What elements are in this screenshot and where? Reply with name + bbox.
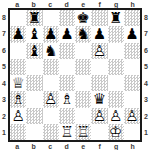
piece-white-bishop-underlay: ♝ <box>11 92 24 107</box>
square-e3[interactable] <box>75 91 91 107</box>
square-e8[interactable]: ♚ <box>75 10 91 26</box>
chess-diagram: abcdefgh abcdefgh 87654321 87654321 ♜♚♜♟… <box>0 0 150 150</box>
file-label-top-f: f <box>92 0 109 8</box>
file-label-top-d: d <box>59 0 76 8</box>
piece-black-pawn[interactable]: ♟ <box>44 27 57 42</box>
square-b4[interactable] <box>26 75 42 91</box>
piece-black-pawn[interactable]: ♟ <box>60 27 73 42</box>
file-label-bottom-d: d <box>59 142 76 150</box>
piece-black-bishop[interactable]: ♝ <box>28 27 41 42</box>
piece-white-king[interactable]: ♔ <box>109 124 122 139</box>
file-labels-top: abcdefgh <box>9 0 141 8</box>
square-f4[interactable] <box>91 75 107 91</box>
piece-black-pawn[interactable]: ♟ <box>93 27 106 42</box>
file-label-bottom-a: a <box>9 142 26 150</box>
file-labels-bottom: abcdefgh <box>9 142 141 150</box>
square-c6[interactable]: ♞ <box>43 43 59 59</box>
piece-black-pawn[interactable]: ♟ <box>11 27 24 42</box>
square-d8[interactable] <box>59 10 75 26</box>
square-d4[interactable] <box>59 75 75 91</box>
square-b5[interactable] <box>26 59 42 75</box>
file-label-bottom-c: c <box>42 142 59 150</box>
file-label-top-e: e <box>75 0 92 8</box>
piece-white-queen-underlay: ♛ <box>11 76 24 91</box>
square-a7[interactable]: ♟ <box>10 26 26 42</box>
square-h2[interactable]: ♟♙ <box>124 108 140 124</box>
piece-white-pawn[interactable]: ♙ <box>44 92 57 107</box>
square-d3[interactable]: ♝♗ <box>59 91 75 107</box>
square-e1[interactable]: ♜♖ <box>75 124 91 140</box>
square-c1[interactable] <box>43 124 59 140</box>
rank-label-left-1: 1 <box>0 125 8 142</box>
file-label-top-c: c <box>42 0 59 8</box>
rank-label-right-6: 6 <box>142 42 150 59</box>
square-f5[interactable] <box>91 59 107 75</box>
square-e4[interactable] <box>75 75 91 91</box>
piece-white-pawn-underlay: ♟ <box>11 108 24 123</box>
rank-label-right-3: 3 <box>142 92 150 109</box>
square-a1[interactable] <box>10 124 26 140</box>
piece-black-queen[interactable]: ♛ <box>93 92 106 107</box>
square-c4[interactable] <box>43 75 59 91</box>
square-e5[interactable] <box>75 59 91 75</box>
square-h6[interactable] <box>124 43 140 59</box>
square-b1[interactable] <box>26 124 42 140</box>
piece-white-pawn[interactable]: ♙ <box>93 43 106 58</box>
piece-black-pawn[interactable]: ♟ <box>125 27 138 42</box>
square-a2[interactable]: ♟♙ <box>10 108 26 124</box>
square-c3[interactable]: ♟♙ <box>43 91 59 107</box>
piece-white-pawn-underlay: ♟ <box>125 108 138 123</box>
square-b7[interactable]: ♝ <box>26 26 42 42</box>
square-d1[interactable]: ♜♖ <box>59 124 75 140</box>
square-c7[interactable]: ♟ <box>43 26 59 42</box>
square-a4[interactable]: ♛♕ <box>10 75 26 91</box>
rank-label-left-6: 6 <box>0 42 8 59</box>
rank-label-left-8: 8 <box>0 9 8 26</box>
piece-black-knight[interactable]: ♞ <box>44 43 57 58</box>
file-label-top-a: a <box>9 0 26 8</box>
square-g4[interactable] <box>108 75 124 91</box>
chess-board: ♜♚♜♟♝♟♟♞♟♟♝♞♟♙♛♕♝♗♟♙♝♗♛♟♙♟♙♟♙♟♙♜♖♜♖♚♔ <box>8 8 142 142</box>
piece-white-pawn-underlay: ♟ <box>44 92 57 107</box>
rank-label-left-3: 3 <box>0 92 8 109</box>
square-h5[interactable] <box>124 59 140 75</box>
square-e2[interactable] <box>75 108 91 124</box>
square-f3[interactable]: ♛ <box>91 91 107 107</box>
square-d2[interactable] <box>59 108 75 124</box>
rank-label-right-5: 5 <box>142 59 150 76</box>
piece-white-pawn-underlay: ♟ <box>93 43 106 58</box>
piece-white-pawn-underlay: ♟ <box>93 108 106 123</box>
square-g3[interactable] <box>108 91 124 107</box>
file-label-bottom-e: e <box>75 142 92 150</box>
square-h4[interactable] <box>124 75 140 91</box>
square-b2[interactable] <box>26 108 42 124</box>
piece-white-pawn[interactable]: ♙ <box>11 108 24 123</box>
piece-white-king-underlay: ♚ <box>109 124 122 139</box>
file-label-bottom-b: b <box>26 142 43 150</box>
square-h8[interactable] <box>124 10 140 26</box>
piece-white-bishop[interactable]: ♗ <box>11 92 24 107</box>
file-label-top-b: b <box>26 0 43 8</box>
piece-white-bishop[interactable]: ♗ <box>60 92 73 107</box>
rank-label-left-4: 4 <box>0 75 8 92</box>
square-a6[interactable] <box>10 43 26 59</box>
file-label-top-g: g <box>108 0 125 8</box>
file-label-top-h: h <box>125 0 142 8</box>
piece-white-queen[interactable]: ♕ <box>11 76 24 91</box>
file-label-bottom-g: g <box>108 142 125 150</box>
square-f2[interactable]: ♟♙ <box>91 108 107 124</box>
square-f1[interactable] <box>91 124 107 140</box>
piece-white-rook[interactable]: ♖ <box>76 124 89 139</box>
square-g6[interactable] <box>108 43 124 59</box>
square-a8[interactable] <box>10 10 26 26</box>
rank-label-right-4: 4 <box>142 75 150 92</box>
piece-white-rook-underlay: ♜ <box>76 124 89 139</box>
square-f6[interactable]: ♟♙ <box>91 43 107 59</box>
piece-white-bishop-underlay: ♝ <box>60 92 73 107</box>
square-g1[interactable]: ♚♔ <box>108 124 124 140</box>
square-c8[interactable] <box>43 10 59 26</box>
square-c5[interactable] <box>43 59 59 75</box>
square-b8[interactable]: ♜ <box>26 10 42 26</box>
piece-black-rook[interactable]: ♜ <box>28 11 41 26</box>
square-g5[interactable] <box>108 59 124 75</box>
piece-white-pawn-underlay: ♟ <box>109 108 122 123</box>
rank-label-left-2: 2 <box>0 108 8 125</box>
square-e7[interactable]: ♞ <box>75 26 91 42</box>
piece-white-pawn[interactable]: ♙ <box>125 108 138 123</box>
square-f7[interactable]: ♟ <box>91 26 107 42</box>
square-a5[interactable] <box>10 59 26 75</box>
piece-white-rook[interactable]: ♖ <box>60 124 73 139</box>
file-label-bottom-h: h <box>125 142 142 150</box>
square-b3[interactable] <box>26 91 42 107</box>
piece-black-bishop[interactable]: ♝ <box>28 43 41 58</box>
rank-label-right-7: 7 <box>142 26 150 43</box>
rank-label-left-7: 7 <box>0 26 8 43</box>
rank-labels-left: 87654321 <box>0 9 8 141</box>
square-g2[interactable]: ♟♙ <box>108 108 124 124</box>
piece-black-king[interactable]: ♚ <box>76 11 89 26</box>
square-h7[interactable]: ♟ <box>124 26 140 42</box>
rank-label-right-8: 8 <box>142 9 150 26</box>
square-c2[interactable] <box>43 108 59 124</box>
file-label-bottom-f: f <box>92 142 109 150</box>
square-h1[interactable] <box>124 124 140 140</box>
piece-white-rook-underlay: ♜ <box>60 124 73 139</box>
piece-white-pawn[interactable]: ♙ <box>109 108 122 123</box>
square-e6[interactable] <box>75 43 91 59</box>
square-d6[interactable] <box>59 43 75 59</box>
square-g7[interactable] <box>108 26 124 42</box>
piece-black-rook[interactable]: ♜ <box>109 11 122 26</box>
square-h3[interactable] <box>124 91 140 107</box>
square-g8[interactable]: ♜ <box>108 10 124 26</box>
rank-labels-right: 87654321 <box>142 9 150 141</box>
square-d5[interactable] <box>59 59 75 75</box>
square-f8[interactable] <box>91 10 107 26</box>
rank-label-right-1: 1 <box>142 125 150 142</box>
piece-black-knight[interactable]: ♞ <box>76 27 89 42</box>
square-d7[interactable]: ♟ <box>59 26 75 42</box>
square-b6[interactable]: ♝ <box>26 43 42 59</box>
rank-label-right-2: 2 <box>142 108 150 125</box>
rank-label-left-5: 5 <box>0 59 8 76</box>
piece-white-pawn[interactable]: ♙ <box>93 108 106 123</box>
square-a3[interactable]: ♝♗ <box>10 91 26 107</box>
